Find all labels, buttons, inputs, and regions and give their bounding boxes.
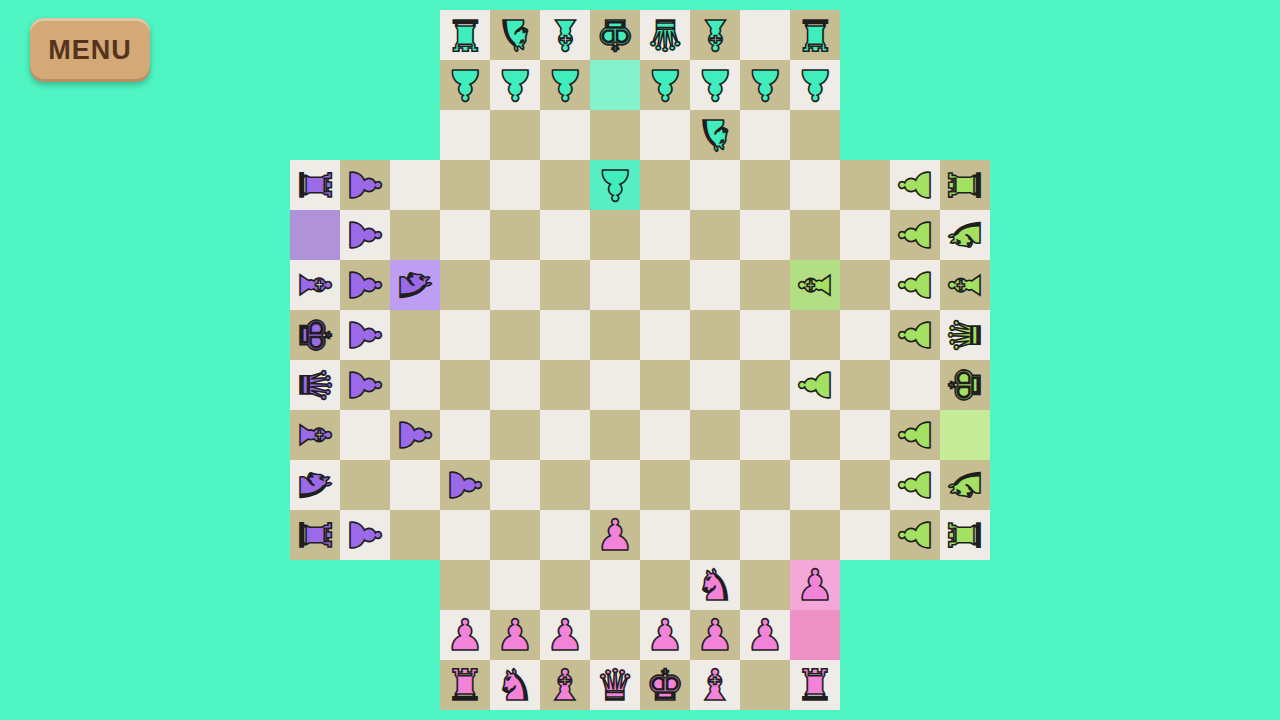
square-r4-c6[interactable] [590, 210, 640, 260]
square-r5-c5[interactable] [540, 260, 590, 310]
square-r8-c10[interactable] [790, 410, 840, 460]
square-r6-c4[interactable] [490, 310, 540, 360]
square-r5-c4[interactable] [490, 260, 540, 310]
teal-pawn-icon: ♟ [746, 60, 785, 110]
highlighted-square-r3-c6[interactable]: ♟ [590, 160, 640, 210]
pink-pawn-icon: ♟ [796, 560, 835, 610]
green-knight-icon: ♞ [940, 216, 990, 255]
square-r13-c6[interactable]: ♛ [590, 660, 640, 710]
square-r2-c6[interactable] [590, 110, 640, 160]
square-r3-c10[interactable] [790, 160, 840, 210]
offboard-area [940, 60, 990, 110]
pink-rook-icon: ♜ [796, 660, 835, 710]
square-r4-c7[interactable] [640, 210, 690, 260]
square-r11-c8[interactable]: ♞ [690, 560, 740, 610]
square-r4-c3[interactable] [440, 210, 490, 260]
square-r1-c4[interactable]: ♟ [490, 60, 540, 110]
offboard-area [940, 660, 990, 710]
square-r7-c11[interactable] [840, 360, 890, 410]
square-r6-c13[interactable]: ♛ [940, 310, 990, 360]
offboard-area [940, 610, 990, 660]
teal-pawn-icon: ♟ [796, 60, 835, 110]
square-r10-c11[interactable] [840, 510, 890, 560]
square-r11-c5[interactable] [540, 560, 590, 610]
purple-rook-icon: ♜ [290, 516, 340, 555]
square-r3-c8[interactable] [690, 160, 740, 210]
square-r3-c1[interactable]: ♟ [340, 160, 390, 210]
square-r2-c10[interactable] [790, 110, 840, 160]
teal-knight-icon: ♞ [696, 110, 735, 160]
teal-pawn-icon: ♟ [596, 160, 635, 210]
offboard-area [340, 610, 390, 660]
square-r11-c3[interactable] [440, 560, 490, 610]
offboard-area [290, 60, 340, 110]
square-r6-c7[interactable] [640, 310, 690, 360]
square-r4-c10[interactable] [790, 210, 840, 260]
square-r7-c4[interactable] [490, 360, 540, 410]
offboard-area [390, 110, 440, 160]
square-r5-c0[interactable]: ♝ [290, 260, 340, 310]
square-r7-c5[interactable] [540, 360, 590, 410]
square-r6-c9[interactable] [740, 310, 790, 360]
purple-knight-icon: ♞ [290, 466, 340, 505]
square-r2-c8[interactable]: ♞ [690, 110, 740, 160]
green-pawn-icon: ♟ [890, 416, 940, 455]
teal-pawn-icon: ♟ [546, 60, 585, 110]
offboard-area [940, 110, 990, 160]
offboard-area [890, 560, 940, 610]
square-r7-c3[interactable] [440, 360, 490, 410]
square-r7-c7[interactable] [640, 360, 690, 410]
square-r10-c5[interactable] [540, 510, 590, 560]
square-r12-c7[interactable]: ♟ [640, 610, 690, 660]
square-r7-c1[interactable]: ♟ [340, 360, 390, 410]
square-r3-c11[interactable] [840, 160, 890, 210]
offboard-area [390, 610, 440, 660]
teal-rook-icon: ♜ [446, 10, 485, 60]
square-r2-c5[interactable] [540, 110, 590, 160]
square-r10-c0[interactable]: ♜ [290, 510, 340, 560]
offboard-area [390, 10, 440, 60]
purple-queen-icon: ♛ [290, 366, 340, 405]
purple-pawn-icon: ♟ [340, 366, 390, 405]
square-r8-c1[interactable] [340, 410, 390, 460]
green-bishop-icon: ♝ [940, 266, 990, 305]
square-r6-c11[interactable] [840, 310, 890, 360]
square-r4-c5[interactable] [540, 210, 590, 260]
pink-pawn-icon: ♟ [696, 610, 735, 660]
square-r0-c7[interactable]: ♛ [640, 10, 690, 60]
offboard-area [840, 60, 890, 110]
teal-knight-icon: ♞ [496, 10, 535, 60]
green-pawn-icon: ♟ [890, 216, 940, 255]
square-r3-c3[interactable] [440, 160, 490, 210]
square-r13-c8[interactable]: ♝ [690, 660, 740, 710]
square-r9-c8[interactable] [690, 460, 740, 510]
highlighted-square-r12-c10[interactable] [790, 610, 840, 660]
square-r7-c12[interactable] [890, 360, 940, 410]
square-r13-c4[interactable]: ♞ [490, 660, 540, 710]
offboard-area [390, 660, 440, 710]
square-r11-c9[interactable] [740, 560, 790, 610]
square-r7-c13[interactable]: ♚ [940, 360, 990, 410]
pink-rook-icon: ♜ [446, 660, 485, 710]
offboard-area [340, 110, 390, 160]
square-r10-c7[interactable] [640, 510, 690, 560]
green-pawn-icon: ♟ [890, 316, 940, 355]
square-r5-c9[interactable] [740, 260, 790, 310]
teal-pawn-icon: ♟ [496, 60, 535, 110]
teal-queen-icon: ♛ [646, 10, 685, 60]
square-r10-c8[interactable] [690, 510, 740, 560]
offboard-area [290, 560, 340, 610]
offboard-area [840, 560, 890, 610]
square-r9-c10[interactable] [790, 460, 840, 510]
pink-pawn-icon: ♟ [496, 610, 535, 660]
pink-bishop-icon: ♝ [696, 660, 735, 710]
teal-pawn-icon: ♟ [696, 60, 735, 110]
square-r3-c12[interactable]: ♟ [890, 160, 940, 210]
purple-rook-icon: ♜ [290, 166, 340, 205]
square-r7-c8[interactable] [690, 360, 740, 410]
purple-pawn-icon: ♟ [340, 516, 390, 555]
square-r11-c7[interactable] [640, 560, 690, 610]
square-r7-c9[interactable] [740, 360, 790, 410]
offboard-area [290, 660, 340, 710]
square-r10-c4[interactable] [490, 510, 540, 560]
pink-pawn-icon: ♟ [546, 610, 585, 660]
square-r6-c10[interactable] [790, 310, 840, 360]
square-r13-c5[interactable]: ♝ [540, 660, 590, 710]
square-r8-c5[interactable] [540, 410, 590, 460]
square-r7-c10[interactable]: ♟ [790, 360, 840, 410]
square-r4-c1[interactable]: ♟ [340, 210, 390, 260]
purple-pawn-icon: ♟ [340, 216, 390, 255]
offboard-area [840, 610, 890, 660]
square-r1-c9[interactable]: ♟ [740, 60, 790, 110]
square-r6-c12[interactable]: ♟ [890, 310, 940, 360]
purple-king-icon: ♚ [290, 316, 340, 355]
offboard-area [290, 10, 340, 60]
square-r13-c10[interactable]: ♜ [790, 660, 840, 710]
offboard-area [340, 560, 390, 610]
green-pawn-icon: ♟ [890, 466, 940, 505]
green-rook-icon: ♜ [940, 516, 990, 555]
square-r1-c10[interactable]: ♟ [790, 60, 840, 110]
square-r6-c1[interactable]: ♟ [340, 310, 390, 360]
offboard-area [290, 110, 340, 160]
square-r8-c12[interactable]: ♟ [890, 410, 940, 460]
square-r6-c6[interactable] [590, 310, 640, 360]
square-r9-c9[interactable] [740, 460, 790, 510]
square-r4-c2[interactable] [390, 210, 440, 260]
square-r8-c7[interactable] [640, 410, 690, 460]
square-r2-c9[interactable] [740, 110, 790, 160]
square-r12-c8[interactable]: ♟ [690, 610, 740, 660]
square-r1-c7[interactable]: ♟ [640, 60, 690, 110]
green-pawn-icon: ♟ [890, 266, 940, 305]
offboard-area [840, 10, 890, 60]
offboard-area [840, 110, 890, 160]
square-r3-c13[interactable]: ♜ [940, 160, 990, 210]
square-r3-c4[interactable] [490, 160, 540, 210]
square-r2-c3[interactable] [440, 110, 490, 160]
square-r2-c4[interactable] [490, 110, 540, 160]
square-r5-c3[interactable] [440, 260, 490, 310]
highlighted-square-r4-c0[interactable] [290, 210, 340, 260]
square-r10-c10[interactable] [790, 510, 840, 560]
pink-pawn-icon: ♟ [646, 610, 685, 660]
offboard-area [890, 610, 940, 660]
square-r8-c6[interactable] [590, 410, 640, 460]
pink-pawn-icon: ♟ [596, 510, 635, 560]
square-r9-c3[interactable]: ♟ [440, 460, 490, 510]
square-r10-c3[interactable] [440, 510, 490, 560]
offboard-area [340, 10, 390, 60]
green-pawn-icon: ♟ [890, 516, 940, 555]
square-r7-c6[interactable] [590, 360, 640, 410]
square-r5-c1[interactable]: ♟ [340, 260, 390, 310]
square-r12-c6[interactable] [590, 610, 640, 660]
square-r10-c6[interactable]: ♟ [590, 510, 640, 560]
highlighted-square-r11-c10[interactable]: ♟ [790, 560, 840, 610]
purple-knight-icon: ♞ [390, 266, 440, 305]
square-r3-c9[interactable] [740, 160, 790, 210]
square-r3-c2[interactable] [390, 160, 440, 210]
square-r1-c3[interactable]: ♟ [440, 60, 490, 110]
offboard-area [340, 60, 390, 110]
square-r13-c9[interactable] [740, 660, 790, 710]
square-r2-c7[interactable] [640, 110, 690, 160]
square-r3-c5[interactable] [540, 160, 590, 210]
square-r4-c12[interactable]: ♟ [890, 210, 940, 260]
purple-pawn-icon: ♟ [340, 166, 390, 205]
square-r11-c6[interactable] [590, 560, 640, 610]
purple-pawn-icon: ♟ [340, 316, 390, 355]
pink-knight-icon: ♞ [696, 560, 735, 610]
square-r12-c3[interactable]: ♟ [440, 610, 490, 660]
square-r9-c5[interactable] [540, 460, 590, 510]
square-r13-c3[interactable]: ♜ [440, 660, 490, 710]
square-r4-c11[interactable] [840, 210, 890, 260]
purple-bishop-icon: ♝ [290, 416, 340, 455]
square-r8-c11[interactable] [840, 410, 890, 460]
pink-king-icon: ♚ [646, 660, 685, 710]
square-r8-c0[interactable]: ♝ [290, 410, 340, 460]
square-r6-c8[interactable] [690, 310, 740, 360]
teal-bishop-icon: ♝ [546, 10, 585, 60]
square-r7-c0[interactable]: ♛ [290, 360, 340, 410]
offboard-area [290, 610, 340, 660]
purple-pawn-icon: ♟ [440, 466, 490, 505]
teal-pawn-icon: ♟ [446, 60, 485, 110]
highlighted-square-r5-c10[interactable]: ♝ [790, 260, 840, 310]
square-r7-c2[interactable] [390, 360, 440, 410]
square-r0-c8[interactable]: ♝ [690, 10, 740, 60]
square-r9-c6[interactable] [590, 460, 640, 510]
green-queen-icon: ♛ [940, 316, 990, 355]
square-r9-c1[interactable] [340, 460, 390, 510]
square-r9-c11[interactable] [840, 460, 890, 510]
square-r13-c7[interactable]: ♚ [640, 660, 690, 710]
offboard-area [890, 10, 940, 60]
square-r10-c12[interactable]: ♟ [890, 510, 940, 560]
pink-pawn-icon: ♟ [446, 610, 485, 660]
square-r10-c13[interactable]: ♜ [940, 510, 990, 560]
square-r6-c3[interactable] [440, 310, 490, 360]
square-r5-c6[interactable] [590, 260, 640, 310]
square-r0-c4[interactable]: ♞ [490, 10, 540, 60]
square-r9-c0[interactable]: ♞ [290, 460, 340, 510]
square-r5-c7[interactable] [640, 260, 690, 310]
square-r9-c4[interactable] [490, 460, 540, 510]
menu-button[interactable]: MENU [30, 18, 150, 82]
square-r5-c11[interactable] [840, 260, 890, 310]
offboard-area [390, 60, 440, 110]
pink-bishop-icon: ♝ [546, 660, 585, 710]
square-r6-c5[interactable] [540, 310, 590, 360]
offboard-area [890, 110, 940, 160]
square-r0-c6[interactable]: ♚ [590, 10, 640, 60]
square-r1-c8[interactable]: ♟ [690, 60, 740, 110]
square-r12-c5[interactable]: ♟ [540, 610, 590, 660]
square-r0-c9[interactable] [740, 10, 790, 60]
square-r11-c4[interactable] [490, 560, 540, 610]
square-r3-c7[interactable] [640, 160, 690, 210]
offboard-area [890, 660, 940, 710]
square-r10-c1[interactable]: ♟ [340, 510, 390, 560]
square-r12-c4[interactable]: ♟ [490, 610, 540, 660]
four-player-chess-board: ♜♞♝♚♛♝♜♟♟♟♟♟♟♟♞♜♟♟♟♜♟♟♞♝♟♞♝♟♝♚♟♟♛♛♟♟♚♝♟♟… [290, 10, 990, 710]
square-r9-c13[interactable]: ♞ [940, 460, 990, 510]
green-knight-icon: ♞ [940, 466, 990, 505]
square-r9-c12[interactable]: ♟ [890, 460, 940, 510]
offboard-area [390, 560, 440, 610]
offboard-area [340, 660, 390, 710]
teal-pawn-icon: ♟ [646, 60, 685, 110]
pink-pawn-icon: ♟ [746, 610, 785, 660]
square-r0-c5[interactable]: ♝ [540, 10, 590, 60]
teal-rook-icon: ♜ [796, 10, 835, 60]
green-pawn-icon: ♟ [790, 366, 840, 405]
square-r0-c3[interactable]: ♜ [440, 10, 490, 60]
pink-queen-icon: ♛ [596, 660, 635, 710]
square-r5-c12[interactable]: ♟ [890, 260, 940, 310]
offboard-area [840, 660, 890, 710]
teal-king-icon: ♚ [596, 10, 635, 60]
square-r5-c8[interactable] [690, 260, 740, 310]
square-r6-c2[interactable] [390, 310, 440, 360]
green-king-icon: ♚ [940, 366, 990, 405]
square-r9-c2[interactable] [390, 460, 440, 510]
square-r8-c8[interactable] [690, 410, 740, 460]
square-r6-c0[interactable]: ♚ [290, 310, 340, 360]
pink-knight-icon: ♞ [496, 660, 535, 710]
highlighted-square-r5-c2[interactable]: ♞ [390, 260, 440, 310]
highlighted-square-r8-c13[interactable] [940, 410, 990, 460]
square-r8-c9[interactable] [740, 410, 790, 460]
square-r0-c10[interactable]: ♜ [790, 10, 840, 60]
square-r1-c5[interactable]: ♟ [540, 60, 590, 110]
square-r10-c2[interactable] [390, 510, 440, 560]
square-r4-c4[interactable] [490, 210, 540, 260]
offboard-area [940, 560, 990, 610]
square-r3-c0[interactable]: ♜ [290, 160, 340, 210]
square-r8-c4[interactable] [490, 410, 540, 460]
green-bishop-icon: ♝ [790, 266, 840, 305]
purple-pawn-icon: ♟ [390, 416, 440, 455]
green-pawn-icon: ♟ [890, 166, 940, 205]
square-r4-c13[interactable]: ♞ [940, 210, 990, 260]
teal-bishop-icon: ♝ [696, 10, 735, 60]
purple-pawn-icon: ♟ [340, 266, 390, 305]
square-r4-c8[interactable] [690, 210, 740, 260]
offboard-area [890, 60, 940, 110]
square-r10-c9[interactable] [740, 510, 790, 560]
square-r8-c2[interactable]: ♟ [390, 410, 440, 460]
square-r5-c13[interactable]: ♝ [940, 260, 990, 310]
square-r8-c3[interactable] [440, 410, 490, 460]
purple-bishop-icon: ♝ [290, 266, 340, 305]
square-r9-c7[interactable] [640, 460, 690, 510]
square-r12-c9[interactable]: ♟ [740, 610, 790, 660]
offboard-area [940, 10, 990, 60]
square-r4-c9[interactable] [740, 210, 790, 260]
highlighted-square-r1-c6[interactable] [590, 60, 640, 110]
green-rook-icon: ♜ [940, 166, 990, 205]
